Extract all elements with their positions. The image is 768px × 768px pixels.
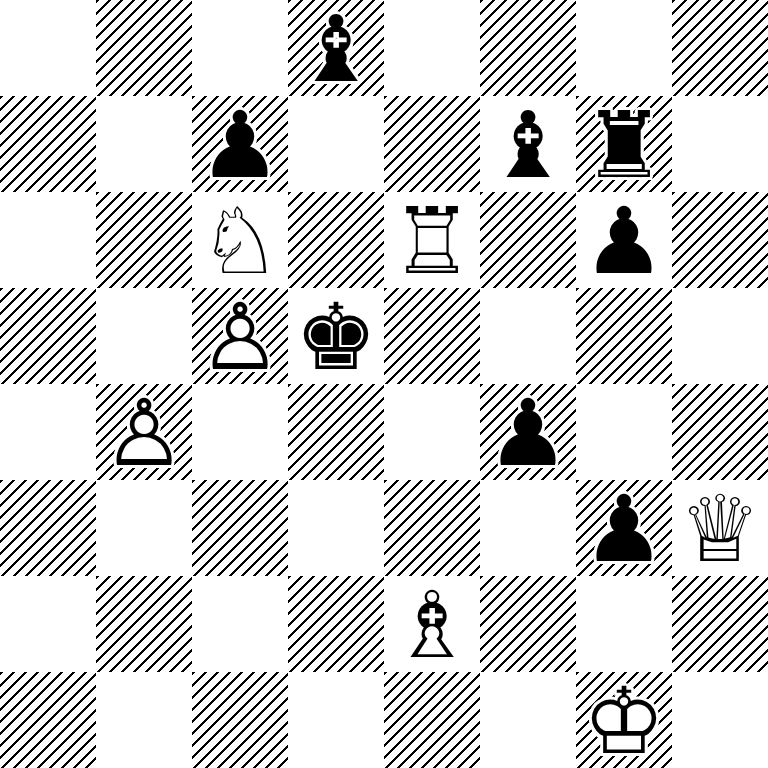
white-pawn[interactable]: ♟♙ [96,384,192,480]
square-a8[interactable] [0,0,96,96]
black-rook-glyph: ♜ [576,96,672,192]
white-bishop[interactable]: ♝♗ [384,576,480,672]
white-bishop-glyph: ♗ [384,576,480,672]
square-h3[interactable]: ♛♕ [672,480,768,576]
black-pawn[interactable]: ♟♟ [192,96,288,192]
black-pawn[interactable]: ♟♟ [576,192,672,288]
square-g4[interactable] [576,384,672,480]
square-g2[interactable] [576,576,672,672]
square-b1[interactable] [96,672,192,768]
square-h4[interactable] [672,384,768,480]
square-e2[interactable]: ♝♗ [384,576,480,672]
square-c1[interactable] [192,672,288,768]
square-b6[interactable] [96,192,192,288]
square-f1[interactable] [480,672,576,768]
square-h8[interactable] [672,0,768,96]
black-bishop[interactable]: ♝♝ [480,96,576,192]
square-g1[interactable]: ♚♔ [576,672,672,768]
square-b8[interactable] [96,0,192,96]
square-b2[interactable] [96,576,192,672]
square-h5[interactable] [672,288,768,384]
chess-board: ♝♝♟♟♝♝♜♜♞♘♜♖♟♟♟♙♚♚♟♙♟♟♟♟♛♕♝♗♚♔ [0,0,768,768]
square-b5[interactable] [96,288,192,384]
black-pawn-glyph: ♟ [480,384,576,480]
black-king[interactable]: ♚♚ [288,288,384,384]
square-e8[interactable] [384,0,480,96]
white-king[interactable]: ♚♔ [576,672,672,768]
square-f6[interactable] [480,192,576,288]
square-d3[interactable] [288,480,384,576]
square-c2[interactable] [192,576,288,672]
square-d6[interactable] [288,192,384,288]
white-pawn-glyph: ♙ [96,384,192,480]
black-bishop-glyph: ♝ [480,96,576,192]
black-bishop-glyph: ♝ [288,0,384,96]
square-f2[interactable] [480,576,576,672]
black-pawn[interactable]: ♟♟ [576,480,672,576]
square-c6[interactable]: ♞♘ [192,192,288,288]
black-rook[interactable]: ♜♜ [576,96,672,192]
square-a2[interactable] [0,576,96,672]
square-g5[interactable] [576,288,672,384]
square-b4[interactable]: ♟♙ [96,384,192,480]
square-g7[interactable]: ♜♜ [576,96,672,192]
square-e6[interactable]: ♜♖ [384,192,480,288]
square-f7[interactable]: ♝♝ [480,96,576,192]
square-f3[interactable] [480,480,576,576]
square-h1[interactable] [672,672,768,768]
white-rook[interactable]: ♜♖ [384,192,480,288]
square-c7[interactable]: ♟♟ [192,96,288,192]
white-knight[interactable]: ♞♘ [192,192,288,288]
chess-board-wrap: ♝♝♟♟♝♝♜♜♞♘♜♖♟♟♟♙♚♚♟♙♟♟♟♟♛♕♝♗♚♔ [0,0,768,768]
square-h2[interactable] [672,576,768,672]
black-pawn-glyph: ♟ [192,96,288,192]
square-a4[interactable] [0,384,96,480]
white-pawn-glyph: ♙ [192,288,288,384]
square-a7[interactable] [0,96,96,192]
square-d8[interactable]: ♝♝ [288,0,384,96]
square-b3[interactable] [96,480,192,576]
white-queen[interactable]: ♛♕ [672,480,768,576]
square-e3[interactable] [384,480,480,576]
square-g8[interactable] [576,0,672,96]
square-c8[interactable] [192,0,288,96]
square-a6[interactable] [0,192,96,288]
white-knight-glyph: ♘ [192,192,288,288]
square-a3[interactable] [0,480,96,576]
square-d5[interactable]: ♚♚ [288,288,384,384]
square-e4[interactable] [384,384,480,480]
square-d1[interactable] [288,672,384,768]
white-king-glyph: ♔ [576,672,672,768]
white-queen-glyph: ♕ [672,480,768,576]
black-pawn-glyph: ♟ [576,480,672,576]
square-e5[interactable] [384,288,480,384]
square-a1[interactable] [0,672,96,768]
square-e7[interactable] [384,96,480,192]
square-b7[interactable] [96,96,192,192]
square-e1[interactable] [384,672,480,768]
black-pawn[interactable]: ♟♟ [480,384,576,480]
square-c3[interactable] [192,480,288,576]
square-c5[interactable]: ♟♙ [192,288,288,384]
square-h7[interactable] [672,96,768,192]
square-d2[interactable] [288,576,384,672]
square-a5[interactable] [0,288,96,384]
square-g6[interactable]: ♟♟ [576,192,672,288]
white-pawn[interactable]: ♟♙ [192,288,288,384]
square-d7[interactable] [288,96,384,192]
black-bishop[interactable]: ♝♝ [288,0,384,96]
square-h6[interactable] [672,192,768,288]
white-rook-glyph: ♖ [384,192,480,288]
square-f5[interactable] [480,288,576,384]
square-f4[interactable]: ♟♟ [480,384,576,480]
black-pawn-glyph: ♟ [576,192,672,288]
square-d4[interactable] [288,384,384,480]
square-c4[interactable] [192,384,288,480]
square-f8[interactable] [480,0,576,96]
black-king-glyph: ♚ [288,288,384,384]
square-g3[interactable]: ♟♟ [576,480,672,576]
